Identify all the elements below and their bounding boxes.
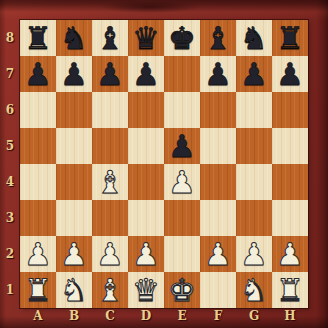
- white-rook-a1[interactable]: ♜: [24, 275, 52, 306]
- black-bishop-c8[interactable]: ♝: [96, 23, 124, 54]
- square-c5[interactable]: [92, 128, 128, 164]
- white-pawn-c2[interactable]: ♟: [96, 239, 124, 270]
- square-h2[interactable]: ♟: [272, 236, 308, 272]
- square-d5[interactable]: [128, 128, 164, 164]
- square-f6[interactable]: [200, 92, 236, 128]
- square-f3[interactable]: [200, 200, 236, 236]
- black-pawn-c7[interactable]: ♟: [96, 59, 124, 90]
- white-knight-g1[interactable]: ♞: [240, 275, 268, 306]
- square-d7[interactable]: ♟: [128, 56, 164, 92]
- square-a2[interactable]: ♟: [20, 236, 56, 272]
- square-g2[interactable]: ♟: [236, 236, 272, 272]
- square-g6[interactable]: [236, 92, 272, 128]
- black-queen-d8[interactable]: ♛: [132, 23, 160, 54]
- white-pawn-a2[interactable]: ♟: [24, 239, 52, 270]
- black-pawn-f7[interactable]: ♟: [204, 59, 232, 90]
- rank-label-1: 1: [0, 272, 20, 308]
- file-label-f: F: [200, 308, 236, 328]
- square-f4[interactable]: [200, 164, 236, 200]
- square-g4[interactable]: [236, 164, 272, 200]
- file-label-g: G: [236, 308, 272, 328]
- rank-label-3: 3: [0, 200, 20, 236]
- square-e1[interactable]: ♚: [164, 272, 200, 308]
- square-e8[interactable]: ♚: [164, 20, 200, 56]
- white-bishop-c4[interactable]: ♝: [96, 167, 124, 198]
- square-h4[interactable]: [272, 164, 308, 200]
- square-f8[interactable]: ♝: [200, 20, 236, 56]
- rank-label-6: 6: [0, 92, 20, 128]
- square-c6[interactable]: [92, 92, 128, 128]
- file-label-h: H: [272, 308, 308, 328]
- rank-label-2: 2: [0, 236, 20, 272]
- square-a7[interactable]: ♟: [20, 56, 56, 92]
- chess-board: ♜♞♝♛♚♝♞♜♟♟♟♟♟♟♟♟♝♟♟♟♟♟♟♟♟♜♞♝♛♚♞♜: [20, 20, 308, 308]
- black-pawn-e5[interactable]: ♟: [168, 131, 196, 162]
- square-e3[interactable]: [164, 200, 200, 236]
- square-c3[interactable]: [92, 200, 128, 236]
- white-pawn-f2[interactable]: ♟: [204, 239, 232, 270]
- square-g7[interactable]: ♟: [236, 56, 272, 92]
- square-d8[interactable]: ♛: [128, 20, 164, 56]
- square-a1[interactable]: ♜: [20, 272, 56, 308]
- square-h6[interactable]: [272, 92, 308, 128]
- square-d3[interactable]: [128, 200, 164, 236]
- rank-label-7: 7: [0, 56, 20, 92]
- square-a4[interactable]: [20, 164, 56, 200]
- white-pawn-d2[interactable]: ♟: [132, 239, 160, 270]
- white-king-e1[interactable]: ♚: [168, 275, 196, 306]
- square-b3[interactable]: [56, 200, 92, 236]
- white-rook-h1[interactable]: ♜: [276, 275, 304, 306]
- square-c1[interactable]: ♝: [92, 272, 128, 308]
- rank-label-5: 5: [0, 128, 20, 164]
- black-knight-g8[interactable]: ♞: [240, 23, 268, 54]
- square-d6[interactable]: [128, 92, 164, 128]
- white-pawn-b2[interactable]: ♟: [60, 239, 88, 270]
- rank-label-8: 8: [0, 20, 20, 56]
- square-b5[interactable]: [56, 128, 92, 164]
- black-pawn-d7[interactable]: ♟: [132, 59, 160, 90]
- square-e5[interactable]: ♟: [164, 128, 200, 164]
- square-h5[interactable]: [272, 128, 308, 164]
- chess-board-frame: 87654321 ♜♞♝♛♚♝♞♜♟♟♟♟♟♟♟♟♝♟♟♟♟♟♟♟♟♜♞♝♛♚♞…: [0, 0, 328, 328]
- square-e2[interactable]: [164, 236, 200, 272]
- file-label-d: D: [128, 308, 164, 328]
- square-d1[interactable]: ♛: [128, 272, 164, 308]
- file-label-c: C: [92, 308, 128, 328]
- square-d2[interactable]: ♟: [128, 236, 164, 272]
- square-h8[interactable]: ♜: [272, 20, 308, 56]
- square-f7[interactable]: ♟: [200, 56, 236, 92]
- square-g5[interactable]: [236, 128, 272, 164]
- black-rook-a8[interactable]: ♜: [24, 23, 52, 54]
- file-label-e: E: [164, 308, 200, 328]
- black-king-e8[interactable]: ♚: [168, 23, 196, 54]
- square-f2[interactable]: ♟: [200, 236, 236, 272]
- white-knight-b1[interactable]: ♞: [60, 275, 88, 306]
- square-c8[interactable]: ♝: [92, 20, 128, 56]
- square-e6[interactable]: [164, 92, 200, 128]
- square-g8[interactable]: ♞: [236, 20, 272, 56]
- rank-label-4: 4: [0, 164, 20, 200]
- black-pawn-g7[interactable]: ♟: [240, 59, 268, 90]
- white-pawn-e4[interactable]: ♟: [168, 167, 196, 198]
- rank-coordinates: 87654321: [0, 20, 20, 308]
- white-queen-d1[interactable]: ♛: [132, 275, 160, 306]
- file-label-a: A: [20, 308, 56, 328]
- white-pawn-g2[interactable]: ♟: [240, 239, 268, 270]
- square-g1[interactable]: ♞: [236, 272, 272, 308]
- square-c2[interactable]: ♟: [92, 236, 128, 272]
- square-b4[interactable]: [56, 164, 92, 200]
- square-d4[interactable]: [128, 164, 164, 200]
- square-e7[interactable]: [164, 56, 200, 92]
- white-bishop-c1[interactable]: ♝: [96, 275, 124, 306]
- square-h1[interactable]: ♜: [272, 272, 308, 308]
- black-rook-h8[interactable]: ♜: [276, 23, 304, 54]
- square-b7[interactable]: ♟: [56, 56, 92, 92]
- square-c7[interactable]: ♟: [92, 56, 128, 92]
- black-pawn-b7[interactable]: ♟: [60, 59, 88, 90]
- square-e4[interactable]: ♟: [164, 164, 200, 200]
- square-a6[interactable]: [20, 92, 56, 128]
- file-label-b: B: [56, 308, 92, 328]
- black-pawn-a7[interactable]: ♟: [24, 59, 52, 90]
- square-b6[interactable]: [56, 92, 92, 128]
- square-f1[interactable]: [200, 272, 236, 308]
- black-bishop-f8[interactable]: ♝: [204, 23, 232, 54]
- square-h7[interactable]: ♟: [272, 56, 308, 92]
- square-a8[interactable]: ♜: [20, 20, 56, 56]
- black-knight-b8[interactable]: ♞: [60, 23, 88, 54]
- square-b1[interactable]: ♞: [56, 272, 92, 308]
- square-b8[interactable]: ♞: [56, 20, 92, 56]
- file-coordinates: ABCDEFGH: [20, 308, 308, 328]
- white-pawn-h2[interactable]: ♟: [276, 239, 304, 270]
- square-g3[interactable]: [236, 200, 272, 236]
- square-a5[interactable]: [20, 128, 56, 164]
- black-pawn-h7[interactable]: ♟: [276, 59, 304, 90]
- square-b2[interactable]: ♟: [56, 236, 92, 272]
- square-f5[interactable]: [200, 128, 236, 164]
- square-h3[interactable]: [272, 200, 308, 236]
- square-a3[interactable]: [20, 200, 56, 236]
- square-c4[interactable]: ♝: [92, 164, 128, 200]
